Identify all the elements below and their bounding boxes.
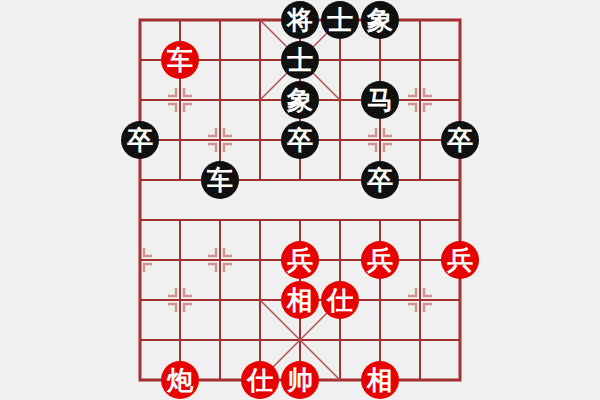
- piece-black-象[interactable]: 象: [281, 81, 319, 119]
- piece-red-兵[interactable]: 兵: [441, 241, 479, 279]
- piece-black-卒[interactable]: 卒: [281, 121, 319, 159]
- piece-red-帅[interactable]: 帅: [281, 361, 319, 399]
- piece-red-仕[interactable]: 仕: [241, 361, 279, 399]
- piece-black-卒[interactable]: 卒: [441, 121, 479, 159]
- piece-black-卒[interactable]: 卒: [361, 161, 399, 199]
- piece-red-车[interactable]: 车: [161, 41, 199, 79]
- xiangqi-board: 将士象车士象马卒卒卒车卒兵兵兵相仕炮仕帅相: [0, 0, 600, 400]
- piece-red-相[interactable]: 相: [281, 281, 319, 319]
- pieces-layer: 将士象车士象马卒卒卒车卒兵兵兵相仕炮仕帅相: [0, 0, 600, 400]
- piece-black-士[interactable]: 士: [281, 41, 319, 79]
- piece-black-士[interactable]: 士: [321, 1, 359, 39]
- piece-red-相[interactable]: 相: [361, 361, 399, 399]
- piece-black-将[interactable]: 将: [281, 1, 319, 39]
- piece-black-卒[interactable]: 卒: [121, 121, 159, 159]
- piece-black-象[interactable]: 象: [361, 1, 399, 39]
- piece-red-炮[interactable]: 炮: [161, 361, 199, 399]
- piece-red-兵[interactable]: 兵: [281, 241, 319, 279]
- piece-black-车[interactable]: 车: [201, 161, 239, 199]
- piece-black-马[interactable]: 马: [361, 81, 399, 119]
- piece-red-兵[interactable]: 兵: [361, 241, 399, 279]
- piece-red-仕[interactable]: 仕: [321, 281, 359, 319]
